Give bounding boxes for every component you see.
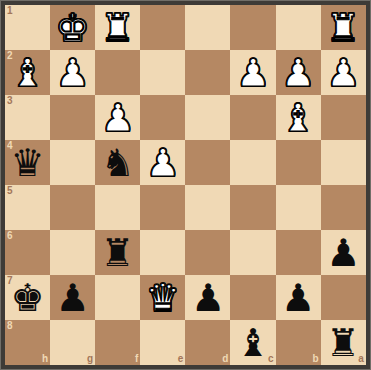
square-h6[interactable]: 6 bbox=[5, 230, 50, 275]
piece-white-king[interactable]: ♚ bbox=[50, 5, 95, 50]
piece-white-pawn[interactable]: ♟ bbox=[230, 50, 275, 95]
square-b4[interactable] bbox=[276, 140, 321, 185]
square-e5[interactable] bbox=[140, 185, 185, 230]
square-b6[interactable] bbox=[276, 230, 321, 275]
square-f7[interactable] bbox=[95, 275, 140, 320]
piece-white-queen[interactable]: ♛ bbox=[140, 275, 185, 320]
square-a4[interactable] bbox=[321, 140, 366, 185]
square-f5[interactable] bbox=[95, 185, 140, 230]
piece-white-bishop[interactable]: ♝ bbox=[5, 50, 50, 95]
square-g1[interactable]: ♚ bbox=[50, 5, 95, 50]
rank-label-6: 6 bbox=[7, 230, 13, 242]
square-h1[interactable]: 1 bbox=[5, 5, 50, 50]
square-c3[interactable] bbox=[230, 95, 275, 140]
square-h5[interactable]: 5 bbox=[5, 185, 50, 230]
square-g5[interactable] bbox=[50, 185, 95, 230]
square-c8[interactable]: c♝ bbox=[230, 320, 275, 365]
rank-label-5: 5 bbox=[7, 185, 13, 197]
square-f2[interactable] bbox=[95, 50, 140, 95]
square-d5[interactable] bbox=[185, 185, 230, 230]
square-h4[interactable]: 4♛ bbox=[5, 140, 50, 185]
square-e3[interactable] bbox=[140, 95, 185, 140]
file-label-g: g bbox=[87, 353, 93, 365]
square-a8[interactable]: a♜ bbox=[321, 320, 366, 365]
file-label-e: e bbox=[178, 353, 184, 365]
square-a6[interactable]: ♟ bbox=[321, 230, 366, 275]
square-a7[interactable] bbox=[321, 275, 366, 320]
piece-white-pawn[interactable]: ♟ bbox=[276, 50, 321, 95]
square-e2[interactable] bbox=[140, 50, 185, 95]
square-b2[interactable]: ♟ bbox=[276, 50, 321, 95]
board-frame: 1♚♜♜2♝♟♟♟♟3♟♝4♛♞♟56♜♟7♚♟♛♟♟8hgfedc♝ba♜ bbox=[0, 0, 371, 370]
square-f8[interactable]: f bbox=[95, 320, 140, 365]
square-h3[interactable]: 3 bbox=[5, 95, 50, 140]
square-g3[interactable] bbox=[50, 95, 95, 140]
piece-black-bishop[interactable]: ♝ bbox=[230, 320, 275, 365]
piece-white-rook[interactable]: ♜ bbox=[321, 5, 366, 50]
square-g4[interactable] bbox=[50, 140, 95, 185]
square-b7[interactable]: ♟ bbox=[276, 275, 321, 320]
piece-white-pawn[interactable]: ♟ bbox=[140, 140, 185, 185]
square-f4[interactable]: ♞ bbox=[95, 140, 140, 185]
piece-white-pawn[interactable]: ♟ bbox=[95, 95, 140, 140]
square-c7[interactable] bbox=[230, 275, 275, 320]
square-d3[interactable] bbox=[185, 95, 230, 140]
rank-label-1: 1 bbox=[7, 5, 13, 17]
square-e8[interactable]: e bbox=[140, 320, 185, 365]
square-d6[interactable] bbox=[185, 230, 230, 275]
square-c6[interactable] bbox=[230, 230, 275, 275]
square-e4[interactable]: ♟ bbox=[140, 140, 185, 185]
square-e1[interactable] bbox=[140, 5, 185, 50]
piece-white-pawn[interactable]: ♟ bbox=[321, 50, 366, 95]
piece-white-pawn[interactable]: ♟ bbox=[50, 50, 95, 95]
square-b8[interactable]: b bbox=[276, 320, 321, 365]
file-label-f: f bbox=[135, 353, 138, 365]
piece-black-pawn[interactable]: ♟ bbox=[185, 275, 230, 320]
square-g6[interactable] bbox=[50, 230, 95, 275]
square-d1[interactable] bbox=[185, 5, 230, 50]
square-f3[interactable]: ♟ bbox=[95, 95, 140, 140]
square-d4[interactable] bbox=[185, 140, 230, 185]
square-d2[interactable] bbox=[185, 50, 230, 95]
square-e7[interactable]: ♛ bbox=[140, 275, 185, 320]
square-c1[interactable] bbox=[230, 5, 275, 50]
square-f6[interactable]: ♜ bbox=[95, 230, 140, 275]
square-b1[interactable] bbox=[276, 5, 321, 50]
piece-black-king[interactable]: ♚ bbox=[5, 275, 50, 320]
piece-black-queen[interactable]: ♛ bbox=[5, 140, 50, 185]
file-label-b: b bbox=[313, 353, 319, 365]
square-b3[interactable]: ♝ bbox=[276, 95, 321, 140]
square-c4[interactable] bbox=[230, 140, 275, 185]
square-a3[interactable] bbox=[321, 95, 366, 140]
piece-black-pawn[interactable]: ♟ bbox=[50, 275, 95, 320]
piece-white-bishop[interactable]: ♝ bbox=[276, 95, 321, 140]
square-a1[interactable]: ♜ bbox=[321, 5, 366, 50]
square-b5[interactable] bbox=[276, 185, 321, 230]
square-g2[interactable]: ♟ bbox=[50, 50, 95, 95]
square-h8[interactable]: 8h bbox=[5, 320, 50, 365]
square-d8[interactable]: d bbox=[185, 320, 230, 365]
rank-label-8: 8 bbox=[7, 320, 13, 332]
piece-black-pawn[interactable]: ♟ bbox=[276, 275, 321, 320]
rank-label-3: 3 bbox=[7, 95, 13, 107]
square-c2[interactable]: ♟ bbox=[230, 50, 275, 95]
square-g7[interactable]: ♟ bbox=[50, 275, 95, 320]
square-h2[interactable]: 2♝ bbox=[5, 50, 50, 95]
square-c5[interactable] bbox=[230, 185, 275, 230]
piece-white-rook[interactable]: ♜ bbox=[95, 5, 140, 50]
square-e6[interactable] bbox=[140, 230, 185, 275]
square-a5[interactable] bbox=[321, 185, 366, 230]
square-h7[interactable]: 7♚ bbox=[5, 275, 50, 320]
chess-board: 1♚♜♜2♝♟♟♟♟3♟♝4♛♞♟56♜♟7♚♟♛♟♟8hgfedc♝ba♜ bbox=[5, 5, 366, 365]
file-label-d: d bbox=[222, 353, 228, 365]
piece-black-rook[interactable]: ♜ bbox=[95, 230, 140, 275]
piece-black-knight[interactable]: ♞ bbox=[95, 140, 140, 185]
square-f1[interactable]: ♜ bbox=[95, 5, 140, 50]
square-d7[interactable]: ♟ bbox=[185, 275, 230, 320]
file-label-h: h bbox=[42, 353, 48, 365]
piece-black-rook[interactable]: ♜ bbox=[321, 320, 366, 365]
square-g8[interactable]: g bbox=[50, 320, 95, 365]
piece-black-pawn[interactable]: ♟ bbox=[321, 230, 366, 275]
square-a2[interactable]: ♟ bbox=[321, 50, 366, 95]
